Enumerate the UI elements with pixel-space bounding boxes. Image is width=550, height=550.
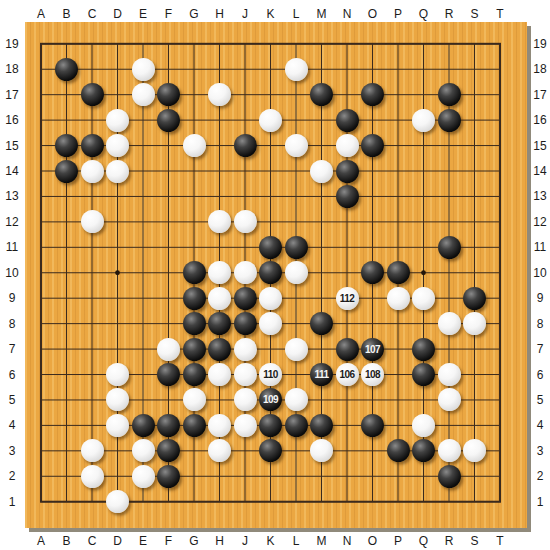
- stone-p10-black: [387, 261, 410, 284]
- stone-p3-black: [387, 439, 410, 462]
- stone-c12-white: [81, 210, 104, 233]
- col-label-bottom: D: [106, 534, 130, 548]
- stone-h4-white: [208, 414, 231, 437]
- stone-e2-white: [132, 465, 155, 488]
- stone-k9-white: [259, 287, 282, 310]
- stone-g9-black: [183, 287, 206, 310]
- stone-n16-black: [336, 109, 359, 132]
- stone-k4-black: [259, 414, 282, 437]
- stone-s8-white: [463, 312, 486, 335]
- col-label-top: Q: [412, 7, 436, 21]
- row-label-right: 14: [528, 164, 550, 178]
- col-label-bottom: N: [335, 534, 359, 548]
- stone-m6-move-111: 111: [310, 363, 333, 386]
- col-label-bottom: M: [310, 534, 334, 548]
- col-label-bottom: C: [80, 534, 104, 548]
- stone-l7-white: [285, 338, 308, 361]
- row-label-left: 15: [0, 139, 24, 153]
- stone-h8-black: [208, 312, 231, 335]
- stone-d14-white: [106, 160, 129, 183]
- stone-k11-black: [259, 236, 282, 259]
- col-label-top: P: [386, 7, 410, 21]
- row-label-left: 14: [0, 164, 24, 178]
- col-label-bottom: O: [361, 534, 385, 548]
- stone-j5-white: [234, 388, 257, 411]
- row-label-left: 10: [0, 266, 24, 280]
- stone-o15-black: [361, 134, 384, 157]
- stone-e17-white: [132, 83, 155, 106]
- stone-r16-black: [438, 109, 461, 132]
- col-label-top: A: [29, 7, 53, 21]
- row-label-right: 13: [528, 189, 550, 203]
- stone-n6-move-106: 106: [336, 363, 359, 386]
- row-label-right: 6: [528, 368, 550, 382]
- stone-g8-black: [183, 312, 206, 335]
- row-label-right: 12: [528, 215, 550, 229]
- stone-h6-white: [208, 363, 231, 386]
- col-label-bottom: G: [182, 534, 206, 548]
- col-label-bottom: J: [233, 534, 257, 548]
- stone-m8-black: [310, 312, 333, 335]
- col-label-top: F: [157, 7, 181, 21]
- stone-g7-black: [183, 338, 206, 361]
- row-label-right: 3: [528, 444, 550, 458]
- stone-b14-black: [55, 160, 78, 183]
- stone-g5-white: [183, 388, 206, 411]
- stone-e3-white: [132, 439, 155, 462]
- col-label-bottom: F: [157, 534, 181, 548]
- star-point: [421, 270, 426, 275]
- stone-n9-move-112: 112: [336, 287, 359, 310]
- stone-f2-black: [157, 465, 180, 488]
- stone-b15-black: [55, 134, 78, 157]
- stone-c3-white: [81, 439, 104, 462]
- row-label-right: 9: [528, 291, 550, 305]
- col-label-top: S: [463, 7, 487, 21]
- stone-r8-white: [438, 312, 461, 335]
- stone-c14-white: [81, 160, 104, 183]
- go-board: 112107110111106108109: [25, 22, 527, 528]
- row-label-right: 7: [528, 342, 550, 356]
- stone-l10-white: [285, 261, 308, 284]
- stone-l15-white: [285, 134, 308, 157]
- stone-f6-black: [157, 363, 180, 386]
- stone-o6-move-108: 108: [361, 363, 384, 386]
- stone-g4-black: [183, 414, 206, 437]
- stone-o7-move-107: 107: [361, 338, 384, 361]
- stone-r2-black: [438, 465, 461, 488]
- col-label-bottom: L: [284, 534, 308, 548]
- stone-n7-black: [336, 338, 359, 361]
- row-label-right: 2: [528, 469, 550, 483]
- stone-f7-white: [157, 338, 180, 361]
- stone-l4-black: [285, 414, 308, 437]
- row-label-left: 7: [0, 342, 24, 356]
- stone-h9-white: [208, 287, 231, 310]
- col-label-bottom: E: [131, 534, 155, 548]
- row-label-left: 16: [0, 113, 24, 127]
- row-label-right: 19: [528, 37, 550, 51]
- col-label-top: T: [488, 7, 512, 21]
- row-label-left: 2: [0, 469, 24, 483]
- row-label-right: 1: [528, 495, 550, 509]
- row-label-right: 18: [528, 62, 550, 76]
- stone-j6-white: [234, 363, 257, 386]
- stone-l18-white: [285, 58, 308, 81]
- row-label-left: 11: [0, 240, 24, 254]
- star-point: [115, 270, 120, 275]
- stone-r3-white: [438, 439, 461, 462]
- stone-b18-black: [55, 58, 78, 81]
- stone-f16-black: [157, 109, 180, 132]
- col-label-top: L: [284, 7, 308, 21]
- stone-m14-white: [310, 160, 333, 183]
- col-label-bottom: T: [488, 534, 512, 548]
- stone-j8-black: [234, 312, 257, 335]
- stone-r5-white: [438, 388, 461, 411]
- col-label-top: D: [106, 7, 130, 21]
- row-label-left: 19: [0, 37, 24, 51]
- stone-q9-white: [412, 287, 435, 310]
- stone-o4-black: [361, 414, 384, 437]
- stone-j9-black: [234, 287, 257, 310]
- col-label-top: G: [182, 7, 206, 21]
- stone-c2-white: [81, 465, 104, 488]
- stone-k16-white: [259, 109, 282, 132]
- col-label-bottom: P: [386, 534, 410, 548]
- stone-g10-black: [183, 261, 206, 284]
- row-label-left: 6: [0, 368, 24, 382]
- row-label-left: 18: [0, 62, 24, 76]
- stone-h7-black: [208, 338, 231, 361]
- row-label-left: 17: [0, 88, 24, 102]
- row-label-right: 16: [528, 113, 550, 127]
- col-label-bottom: H: [208, 534, 232, 548]
- stone-j7-white: [234, 338, 257, 361]
- row-label-left: 5: [0, 393, 24, 407]
- stone-e4-black: [132, 414, 155, 437]
- stone-j4-white: [234, 414, 257, 437]
- col-label-bottom: K: [259, 534, 283, 548]
- row-label-right: 17: [528, 88, 550, 102]
- stone-f4-black: [157, 414, 180, 437]
- col-label-top: N: [335, 7, 359, 21]
- stone-n15-white: [336, 134, 359, 157]
- stone-d4-white: [106, 414, 129, 437]
- stone-j15-black: [234, 134, 257, 157]
- stone-q16-white: [412, 109, 435, 132]
- row-label-left: 4: [0, 418, 24, 432]
- col-label-top: K: [259, 7, 283, 21]
- stone-c17-black: [81, 83, 104, 106]
- stone-q4-white: [412, 414, 435, 437]
- stone-d15-white: [106, 134, 129, 157]
- stone-l5-white: [285, 388, 308, 411]
- row-label-right: 15: [528, 139, 550, 153]
- stone-r17-black: [438, 83, 461, 106]
- col-label-bottom: B: [55, 534, 79, 548]
- col-label-bottom: A: [29, 534, 53, 548]
- stone-n13-black: [336, 185, 359, 208]
- col-label-top: E: [131, 7, 155, 21]
- row-label-left: 3: [0, 444, 24, 458]
- row-label-right: 8: [528, 317, 550, 331]
- stone-d6-white: [106, 363, 129, 386]
- stone-n14-black: [336, 160, 359, 183]
- stone-j12-white: [234, 210, 257, 233]
- stone-d16-white: [106, 109, 129, 132]
- stone-q7-black: [412, 338, 435, 361]
- col-label-top: B: [55, 7, 79, 21]
- stone-p9-white: [387, 287, 410, 310]
- col-label-bottom: Q: [412, 534, 436, 548]
- stone-r6-white: [438, 363, 461, 386]
- col-label-top: R: [437, 7, 461, 21]
- stone-m4-black: [310, 414, 333, 437]
- row-label-left: 9: [0, 291, 24, 305]
- stone-q6-black: [412, 363, 435, 386]
- row-label-left: 12: [0, 215, 24, 229]
- row-label-right: 11: [528, 240, 550, 254]
- stone-k6-move-110: 110: [259, 363, 282, 386]
- row-label-left: 1: [0, 495, 24, 509]
- row-label-left: 8: [0, 317, 24, 331]
- col-label-bottom: R: [437, 534, 461, 548]
- col-label-top: O: [361, 7, 385, 21]
- row-label-left: 13: [0, 189, 24, 203]
- col-label-top: C: [80, 7, 104, 21]
- row-label-right: 10: [528, 266, 550, 280]
- stone-l11-black: [285, 236, 308, 259]
- col-label-top: H: [208, 7, 232, 21]
- col-label-top: J: [233, 7, 257, 21]
- stone-g15-white: [183, 134, 206, 157]
- row-label-right: 5: [528, 393, 550, 407]
- stone-k8-white: [259, 312, 282, 335]
- stone-e18-white: [132, 58, 155, 81]
- go-diagram-page: 112107110111106108109 AABBCCDDEEFFGGHHJJ…: [0, 0, 550, 550]
- stone-g6-black: [183, 363, 206, 386]
- stone-c15-black: [81, 134, 104, 157]
- row-label-right: 4: [528, 418, 550, 432]
- stone-r11-black: [438, 236, 461, 259]
- stone-j10-white: [234, 261, 257, 284]
- col-label-bottom: S: [463, 534, 487, 548]
- col-label-top: M: [310, 7, 334, 21]
- stone-s9-black: [463, 287, 486, 310]
